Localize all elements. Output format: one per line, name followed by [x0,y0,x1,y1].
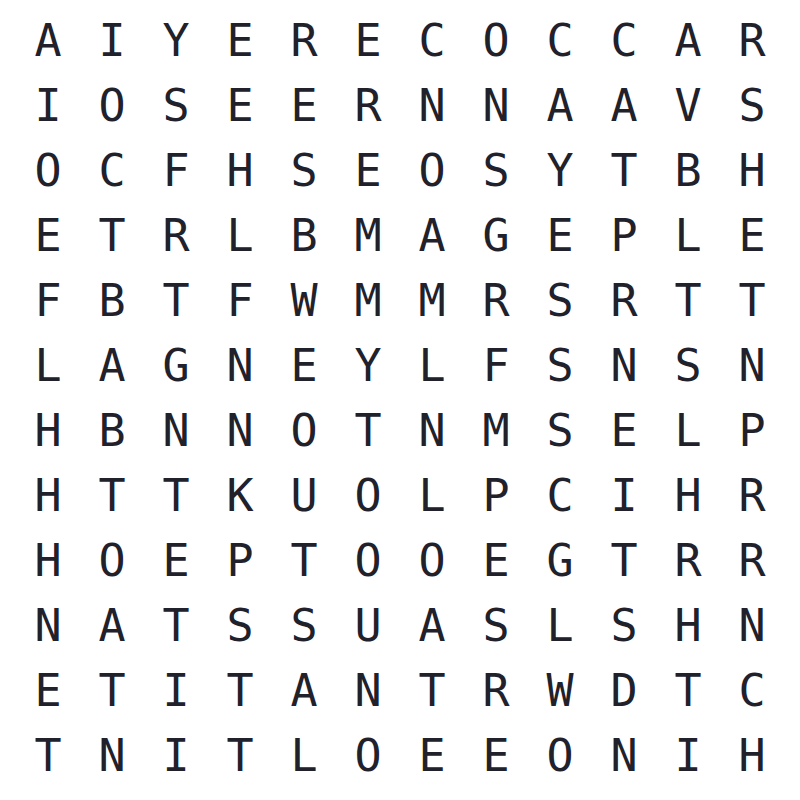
grid-cell[interactable]: M [336,203,400,268]
grid-cell[interactable]: T [80,203,144,268]
grid-cell[interactable]: H [16,528,80,593]
grid-cell[interactable]: N [720,333,784,398]
grid-cell[interactable]: N [208,333,272,398]
grid-cell[interactable]: E [336,138,400,203]
grid-cell[interactable]: C [400,8,464,73]
grid-cell[interactable]: C [528,8,592,73]
grid-cell[interactable]: M [464,398,528,463]
grid-cell[interactable]: L [16,333,80,398]
grid-cell[interactable]: E [720,203,784,268]
grid-cell[interactable]: E [272,333,336,398]
grid-cell[interactable]: P [208,528,272,593]
grid-cell[interactable]: C [528,463,592,528]
grid-cell[interactable]: S [464,138,528,203]
grid-cell[interactable]: T [592,528,656,593]
grid-cell[interactable]: A [656,8,720,73]
grid-cell[interactable]: N [720,593,784,658]
grid-cell[interactable]: W [528,658,592,723]
grid-cell[interactable]: C [80,138,144,203]
grid-cell[interactable]: O [336,463,400,528]
grid-cell[interactable]: A [16,8,80,73]
grid-cell[interactable]: N [336,658,400,723]
grid-cell[interactable]: E [16,203,80,268]
grid-cell[interactable]: I [16,73,80,138]
grid-cell[interactable]: N [400,73,464,138]
grid-cell[interactable]: T [272,528,336,593]
grid-cell[interactable]: O [528,723,592,788]
grid-cell[interactable]: E [528,203,592,268]
grid-cell[interactable]: W [272,268,336,333]
grid-cell[interactable]: T [400,658,464,723]
grid-cell[interactable]: M [400,268,464,333]
grid-cell[interactable]: S [592,593,656,658]
grid-cell[interactable]: S [272,593,336,658]
grid-cell[interactable]: O [272,398,336,463]
grid-cell[interactable]: N [592,333,656,398]
grid-cell[interactable]: H [16,398,80,463]
grid-cell[interactable]: D [592,658,656,723]
grid-cell[interactable]: B [80,398,144,463]
grid-cell[interactable]: L [656,203,720,268]
grid-cell[interactable]: I [592,463,656,528]
grid-cell[interactable]: T [208,723,272,788]
grid-cell[interactable]: S [144,73,208,138]
grid-cell[interactable]: E [464,528,528,593]
grid-cell[interactable]: A [80,593,144,658]
grid-cell[interactable]: S [720,73,784,138]
grid-cell[interactable]: E [16,658,80,723]
grid-cell[interactable]: O [336,723,400,788]
grid-cell[interactable]: O [336,528,400,593]
grid-cell[interactable]: L [528,593,592,658]
grid-cell[interactable]: O [80,528,144,593]
grid-cell[interactable]: G [528,528,592,593]
grid-cell[interactable]: P [464,463,528,528]
grid-cell[interactable]: G [144,333,208,398]
grid-cell[interactable]: E [592,398,656,463]
grid-cell[interactable]: T [80,463,144,528]
grid-cell[interactable]: N [592,723,656,788]
grid-cell[interactable]: S [208,593,272,658]
grid-cell[interactable]: S [464,593,528,658]
grid-cell[interactable]: S [272,138,336,203]
grid-cell[interactable]: T [144,463,208,528]
grid-cell[interactable]: H [208,138,272,203]
grid-cell[interactable]: M [336,268,400,333]
grid-cell[interactable]: P [720,398,784,463]
grid-cell[interactable]: T [208,658,272,723]
grid-cell[interactable]: B [80,268,144,333]
grid-cell[interactable]: S [528,398,592,463]
word-search-grid: AIYERECOCCARIOSEERNNAAVSOCFHSEOSYTBHETRL… [16,8,784,788]
grid-cell[interactable]: C [720,658,784,723]
grid-cell[interactable]: H [656,593,720,658]
grid-cell[interactable]: O [464,8,528,73]
grid-cell[interactable]: U [272,463,336,528]
grid-cell[interactable]: G [464,203,528,268]
grid-cell[interactable]: N [400,398,464,463]
grid-cell[interactable]: U [336,593,400,658]
grid-cell[interactable]: I [144,658,208,723]
grid-cell[interactable]: A [528,73,592,138]
grid-cell[interactable]: R [720,8,784,73]
grid-cell[interactable]: L [400,463,464,528]
grid-cell[interactable]: H [720,723,784,788]
grid-cell[interactable]: R [592,268,656,333]
grid-cell[interactable]: P [592,203,656,268]
grid-cell[interactable]: A [400,203,464,268]
grid-cell[interactable]: E [208,73,272,138]
grid-cell[interactable]: K [208,463,272,528]
grid-cell[interactable]: I [80,8,144,73]
grid-cell[interactable]: O [16,138,80,203]
grid-cell[interactable]: H [16,463,80,528]
grid-cell[interactable]: L [208,203,272,268]
grid-cell[interactable]: R [720,463,784,528]
grid-cell[interactable]: C [592,8,656,73]
grid-cell[interactable]: F [464,333,528,398]
grid-cell[interactable]: Y [528,138,592,203]
grid-cell[interactable]: S [656,333,720,398]
grid-cell[interactable]: O [400,528,464,593]
grid-cell[interactable]: R [656,528,720,593]
grid-cell[interactable]: E [400,723,464,788]
grid-cell[interactable]: T [144,268,208,333]
grid-cell[interactable]: E [464,723,528,788]
grid-cell[interactable]: R [336,73,400,138]
grid-cell[interactable]: F [16,268,80,333]
grid-cell[interactable]: N [16,593,80,658]
grid-cell[interactable]: T [656,268,720,333]
grid-cell[interactable]: E [272,73,336,138]
grid-cell[interactable]: O [400,138,464,203]
grid-cell[interactable]: L [272,723,336,788]
grid-cell[interactable]: F [208,268,272,333]
grid-cell[interactable]: T [80,658,144,723]
word-search-page: AIYERECOCCARIOSEERNNAAVSOCFHSEOSYTBHETRL… [0,0,800,800]
grid-cell[interactable]: S [528,333,592,398]
grid-cell[interactable]: T [336,398,400,463]
grid-cell[interactable]: S [528,268,592,333]
grid-cell[interactable]: A [272,658,336,723]
grid-cell[interactable]: T [656,658,720,723]
grid-cell[interactable]: F [144,138,208,203]
grid-cell[interactable]: N [144,398,208,463]
grid-cell[interactable]: I [656,723,720,788]
grid-cell[interactable]: E [144,528,208,593]
grid-cell[interactable]: Y [336,333,400,398]
grid-cell[interactable]: A [400,593,464,658]
grid-cell[interactable]: B [656,138,720,203]
grid-cell[interactable]: R [720,528,784,593]
grid-cell[interactable]: T [720,268,784,333]
grid-cell[interactable]: H [656,463,720,528]
grid-cell[interactable]: T [16,723,80,788]
grid-cell[interactable]: E [336,8,400,73]
grid-cell[interactable]: N [80,723,144,788]
grid-cell[interactable]: E [208,8,272,73]
grid-cell[interactable]: R [464,658,528,723]
grid-cell[interactable]: L [400,333,464,398]
grid-cell[interactable]: A [592,73,656,138]
grid-cell[interactable]: Y [144,8,208,73]
grid-cell[interactable]: B [272,203,336,268]
grid-cell[interactable]: A [80,333,144,398]
grid-cell[interactable]: R [464,268,528,333]
grid-cell[interactable]: T [592,138,656,203]
grid-cell[interactable]: R [272,8,336,73]
grid-cell[interactable]: T [144,593,208,658]
grid-cell[interactable]: I [144,723,208,788]
grid-cell[interactable]: V [656,73,720,138]
grid-cell[interactable]: N [208,398,272,463]
grid-cell[interactable]: N [464,73,528,138]
grid-cell[interactable]: R [144,203,208,268]
grid-cell[interactable]: H [720,138,784,203]
grid-cell[interactable]: O [80,73,144,138]
grid-cell[interactable]: L [656,398,720,463]
